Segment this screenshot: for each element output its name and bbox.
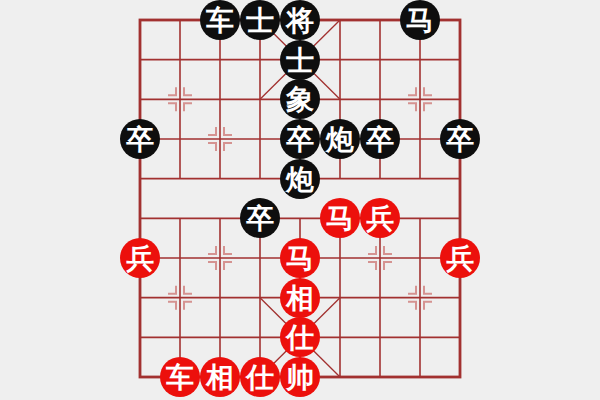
piece-red-chariot[interactable]: 车: [160, 357, 200, 397]
piece-red-advisor[interactable]: 仕: [240, 357, 280, 397]
piece-red-horse[interactable]: 马: [320, 198, 360, 238]
piece-black-chariot[interactable]: 车: [200, 0, 240, 40]
piece-glyph: 卒: [446, 125, 474, 153]
piece-layer: 车士将马士象卒卒炮卒卒炮卒马兵兵马兵相仕车相仕帅: [120, 0, 480, 397]
piece-glyph: 卒: [246, 205, 274, 233]
piece-glyph: 象: [286, 86, 314, 114]
piece-black-pawn[interactable]: 卒: [440, 119, 480, 159]
piece-glyph: 马: [406, 7, 434, 35]
piece-glyph: 仕: [286, 324, 314, 352]
piece-red-horse[interactable]: 马: [280, 238, 320, 278]
piece-black-cannon[interactable]: 炮: [320, 119, 360, 159]
piece-glyph: 车: [166, 363, 194, 391]
piece-glyph: 卒: [126, 125, 154, 153]
piece-black-general[interactable]: 将: [280, 0, 320, 40]
piece-black-pawn[interactable]: 卒: [120, 119, 160, 159]
piece-glyph: 仕: [246, 363, 274, 391]
piece-black-cannon[interactable]: 炮: [280, 159, 320, 199]
piece-glyph: 相: [286, 284, 314, 312]
piece-glyph: 车: [206, 7, 234, 35]
piece-glyph: 马: [326, 205, 354, 233]
piece-black-pawn[interactable]: 卒: [360, 119, 400, 159]
piece-glyph: 兵: [366, 205, 394, 233]
piece-glyph: 帅: [286, 363, 314, 391]
piece-black-horse[interactable]: 马: [400, 0, 440, 40]
piece-glyph: 炮: [286, 165, 314, 193]
piece-red-elephant[interactable]: 相: [280, 278, 320, 318]
piece-red-pawn[interactable]: 兵: [440, 238, 480, 278]
piece-black-advisor[interactable]: 士: [280, 40, 320, 80]
piece-red-pawn[interactable]: 兵: [360, 198, 400, 238]
piece-glyph: 兵: [126, 244, 154, 272]
piece-glyph: 马: [286, 244, 314, 272]
piece-black-elephant[interactable]: 象: [280, 79, 320, 119]
piece-red-pawn[interactable]: 兵: [120, 238, 160, 278]
piece-black-pawn[interactable]: 卒: [240, 198, 280, 238]
piece-red-advisor[interactable]: 仕: [280, 317, 320, 357]
piece-glyph: 士: [246, 7, 274, 35]
piece-glyph: 卒: [286, 125, 314, 153]
piece-glyph: 卒: [366, 125, 394, 153]
piece-glyph: 相: [206, 363, 234, 391]
piece-glyph: 炮: [326, 125, 354, 153]
xiangqi-board: 车士将马士象卒卒炮卒卒炮卒马兵兵马兵相仕车相仕帅: [0, 0, 600, 400]
piece-glyph: 兵: [446, 244, 474, 272]
piece-glyph: 士: [286, 46, 314, 74]
piece-black-advisor[interactable]: 士: [240, 0, 280, 40]
piece-red-elephant[interactable]: 相: [200, 357, 240, 397]
piece-red-general[interactable]: 帅: [280, 357, 320, 397]
piece-glyph: 将: [286, 7, 314, 35]
piece-black-pawn[interactable]: 卒: [280, 119, 320, 159]
